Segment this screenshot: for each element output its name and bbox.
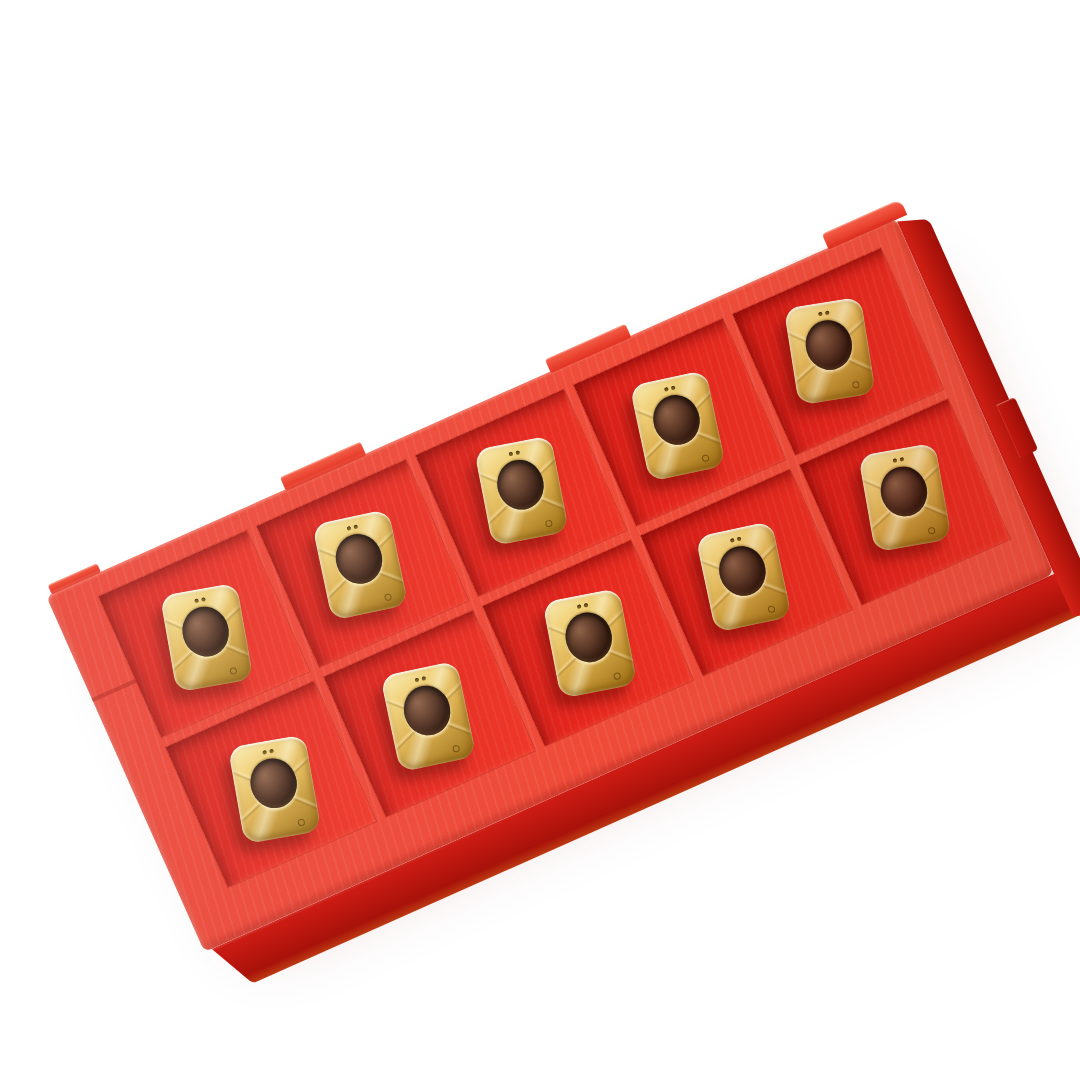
milling-insert [696,521,793,633]
milling-insert [474,435,569,546]
insert-marking-dots [263,749,275,755]
tray-corner-tab [822,199,907,250]
insert-center-hole [647,389,706,451]
milling-insert [380,661,477,773]
tray-clip-tab [48,563,101,594]
milling-insert [542,588,637,699]
insert-marking-dot [298,819,306,827]
insert-marking-dots [664,385,676,391]
insert-marking-dots [730,537,742,543]
tray-mold-seam [91,679,136,702]
insert-marking-dot [545,519,553,527]
insert-marking-dot [702,454,710,462]
insert-center-hole [397,680,456,742]
insert-marking-dot [383,593,391,601]
insert-marking-dots [893,457,905,463]
insert-marking-dots [577,603,589,609]
insert-tray [46,218,1054,953]
insert-marking-dot [229,667,237,675]
insert-marking-dots [346,524,358,530]
insert-center-hole [245,753,303,814]
compartment-grid [99,248,1010,887]
insert-marking-dots [818,310,829,316]
insert-center-hole [875,462,933,523]
insert-marking-dots [194,597,206,603]
insert-marking-dot [452,745,460,753]
insert-center-hole [329,528,388,590]
milling-insert [311,509,408,621]
product-photo-scene [0,0,1080,1080]
milling-insert [858,443,952,553]
insert-marking-dot [613,672,621,680]
insert-center-hole [177,601,235,662]
insert-marking-dots [414,676,426,682]
milling-insert [228,734,322,844]
insert-marking-dot [768,605,776,613]
insert-marking-dots [508,450,520,456]
milling-insert [783,296,875,405]
milling-insert [160,582,254,692]
insert-center-hole [491,454,550,515]
insert-marking-dot [928,527,936,535]
milling-insert [630,369,727,481]
insert-marking-dot [852,381,860,389]
insert-center-hole [713,540,772,602]
insert-center-hole [560,607,619,668]
insert-center-hole [800,315,857,375]
